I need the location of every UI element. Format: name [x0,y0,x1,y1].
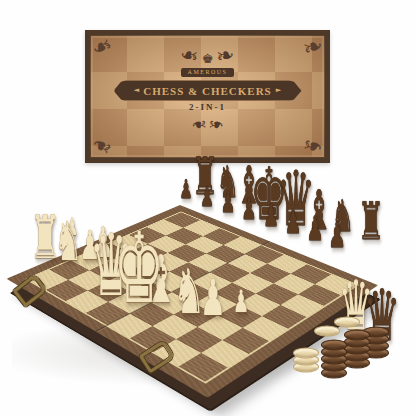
checker-disc-dark [363,348,389,359]
box-crest: ❧♚❧ AMEROUS ◄ CHESS & CHECKERS ► 2-IN-1 … [90,43,325,137]
box-lid: ❧ ❧ ❧ ❧ ❧♚❧ AMEROUS ◄ CHESS & CHECKERS ►… [85,30,330,163]
arrow-left-icon: ◄ [134,87,139,94]
checker-disc-dark [363,327,389,338]
product-photo: ❧ ❧ ❧ ❧ ❧♚❧ AMEROUS ◄ CHESS & CHECKERS ►… [0,0,416,416]
box-title: CHESS & CHECKERS [143,85,271,97]
checker-disc-dark [363,341,389,352]
box-subtitle: 2-IN-1 [189,103,226,113]
checker-disc-dark [363,334,389,345]
king-silhouette-icon: ♚ [202,52,214,65]
piece-dark-rook-h8: ♜ [357,195,384,247]
crest-flourish-icon: ❧♚❧ [180,43,235,67]
chess-board [32,151,350,413]
piece-dark-pawn-h7: ♟ [328,218,346,253]
arrow-right-icon: ► [276,87,281,94]
title-banner: ◄ CHESS & CHECKERS ► [114,80,302,101]
piece-dark-knight-g8: ♞ [332,194,355,238]
crest-flourish-icon: ❧❧ [191,115,224,135]
brand-ribbon: AMEROUS [181,68,235,77]
board-grid [27,212,356,381]
